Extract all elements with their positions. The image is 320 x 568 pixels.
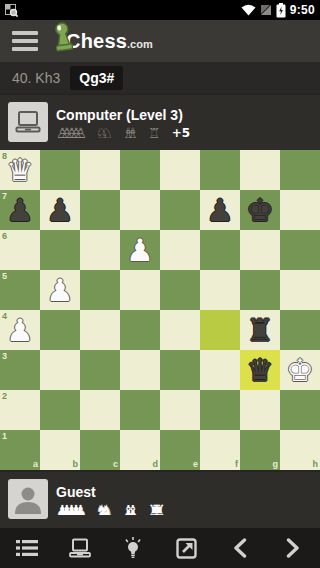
square-h3[interactable]: ♚ xyxy=(280,350,320,390)
square-b6[interactable] xyxy=(40,230,80,270)
square-d6[interactable]: ♟ xyxy=(120,230,160,270)
square-e3[interactable] xyxy=(160,350,200,390)
computer-avatar-icon xyxy=(8,102,48,142)
back-icon[interactable] xyxy=(213,528,266,568)
square-f7[interactable]: ♟ xyxy=(200,190,240,230)
captured-rook: ♜ xyxy=(153,502,166,518)
square-c6[interactable] xyxy=(80,230,120,270)
square-d4[interactable] xyxy=(120,310,160,350)
square-a1[interactable]: 1a xyxy=(0,430,40,470)
square-a3[interactable]: 3 xyxy=(0,350,40,390)
square-c7[interactable] xyxy=(80,190,120,230)
captured-bishop: ♝ xyxy=(127,502,140,518)
square-a8[interactable]: 8♛ xyxy=(0,150,40,190)
player-name-top: Computer (Level 3) xyxy=(56,106,190,124)
square-c8[interactable] xyxy=(80,150,120,190)
rank-label-3: 3 xyxy=(2,352,7,361)
square-e4[interactable] xyxy=(160,310,200,350)
square-g3[interactable]: ♛ xyxy=(240,350,280,390)
computer-icon[interactable] xyxy=(53,528,106,568)
square-b4[interactable] xyxy=(40,310,80,350)
rank-label-6: 6 xyxy=(2,232,7,241)
bottom-toolbar xyxy=(0,528,320,568)
forward-icon[interactable] xyxy=(267,528,320,568)
captured-rook: ♖ xyxy=(148,125,161,141)
square-b2[interactable] xyxy=(40,390,80,430)
square-b8[interactable] xyxy=(40,150,80,190)
square-b5[interactable]: ♟ xyxy=(40,270,80,310)
square-f4[interactable] xyxy=(200,310,240,350)
square-g6[interactable] xyxy=(240,230,280,270)
square-h4[interactable] xyxy=(280,310,320,350)
square-g7[interactable]: ♚ xyxy=(240,190,280,230)
rank-label-2: 2 xyxy=(2,392,7,401)
square-d3[interactable] xyxy=(120,350,160,390)
captured-pieces-top: ♙♙♙♙♙♘♘♗♗♖+5 xyxy=(56,124,190,142)
square-a7[interactable]: 7♟ xyxy=(0,190,40,230)
square-c5[interactable] xyxy=(80,270,120,310)
square-a6[interactable]: 6 xyxy=(0,230,40,270)
square-f6[interactable] xyxy=(200,230,240,270)
captured-knights: ♞♞ xyxy=(96,502,113,518)
white-pawn[interactable]: ♟ xyxy=(40,270,80,310)
file-label-a: a xyxy=(33,460,38,469)
move-white[interactable]: 40. Kh3 xyxy=(12,70,60,86)
status-bar: 9:50 xyxy=(0,0,320,20)
app-header: Chess.com xyxy=(0,20,320,62)
square-c2[interactable] xyxy=(80,390,120,430)
white-pawn[interactable]: ♟ xyxy=(120,230,160,270)
black-pawn[interactable]: ♟ xyxy=(0,190,40,230)
battery-charging-icon xyxy=(276,3,286,18)
square-e8[interactable] xyxy=(160,150,200,190)
player-bar-bottom: Guest ♟♟♟♟♟♞♞♝♝♜♜ xyxy=(0,470,320,528)
chesscom-logo[interactable]: Chess.com xyxy=(66,30,153,53)
square-f8[interactable] xyxy=(200,150,240,190)
black-rook[interactable]: ♜ xyxy=(240,310,280,350)
square-d2[interactable] xyxy=(120,390,160,430)
square-d5[interactable] xyxy=(120,270,160,310)
square-e5[interactable] xyxy=(160,270,200,310)
square-c1[interactable]: c xyxy=(80,430,120,470)
brand-suffix: .com xyxy=(127,38,153,50)
menu-icon[interactable] xyxy=(12,31,38,51)
file-label-b: b xyxy=(73,460,79,469)
white-queen[interactable]: ♛ xyxy=(0,150,40,190)
move-black-current[interactable]: Qg3# xyxy=(70,66,123,90)
square-e1[interactable]: e xyxy=(160,430,200,470)
share-icon[interactable] xyxy=(160,528,213,568)
square-b7[interactable]: ♟ xyxy=(40,190,80,230)
captured-knight: ♘ xyxy=(100,125,113,141)
black-pawn[interactable]: ♟ xyxy=(40,190,80,230)
square-c3[interactable] xyxy=(80,350,120,390)
square-f3[interactable] xyxy=(200,350,240,390)
material-advantage: +5 xyxy=(172,126,190,140)
file-label-c: c xyxy=(113,460,118,469)
move-list-bar: 40. Kh3 Qg3# xyxy=(0,62,320,95)
player-bar-top: Computer (Level 3) ♙♙♙♙♙♘♘♗♗♖+5 xyxy=(0,95,320,150)
square-g8[interactable] xyxy=(240,150,280,190)
square-f5[interactable] xyxy=(200,270,240,310)
pawn-logo-icon xyxy=(50,21,76,53)
rank-label-5: 5 xyxy=(2,272,7,281)
captured-pieces-bottom: ♟♟♟♟♟♞♞♝♝♜♜ xyxy=(56,501,174,519)
square-e7[interactable] xyxy=(160,190,200,230)
captured-knight: ♞ xyxy=(100,502,113,518)
black-queen[interactable]: ♛ xyxy=(240,350,280,390)
captured-rooks: ♜♜ xyxy=(148,502,165,518)
black-pawn[interactable]: ♟ xyxy=(200,190,240,230)
file-label-d: d xyxy=(153,460,159,469)
square-g4[interactable]: ♜ xyxy=(240,310,280,350)
square-f2[interactable] xyxy=(200,390,240,430)
no-signal-icon xyxy=(260,4,272,16)
square-g5[interactable] xyxy=(240,270,280,310)
file-label-e: e xyxy=(193,460,198,469)
captured-pawn: ♙ xyxy=(74,125,87,141)
captured-knights: ♘♘ xyxy=(96,125,113,141)
file-label-f: f xyxy=(235,460,238,469)
white-king[interactable]: ♚ xyxy=(280,350,320,390)
file-label-h: h xyxy=(313,460,319,469)
square-e6[interactable] xyxy=(160,230,200,270)
square-h8[interactable] xyxy=(280,150,320,190)
square-b3[interactable] xyxy=(40,350,80,390)
square-g1[interactable]: g xyxy=(240,430,280,470)
square-b1[interactable]: b xyxy=(40,430,80,470)
captured-pawns: ♟♟♟♟♟ xyxy=(56,502,87,518)
player-name-bottom: Guest xyxy=(56,483,174,501)
clock-time: 9:50 xyxy=(290,3,315,17)
white-pawn[interactable]: ♟ xyxy=(0,310,40,350)
chess-board: 8♛7♟♟♟♚6♟5♟4♟♜3♛♚21abcdefgh xyxy=(0,150,320,470)
square-h1[interactable]: h xyxy=(280,430,320,470)
moves-list-icon[interactable] xyxy=(0,528,53,568)
wifi-icon xyxy=(241,4,256,16)
file-label-g: g xyxy=(273,460,279,469)
black-king[interactable]: ♚ xyxy=(240,190,280,230)
captured-bishop: ♗ xyxy=(127,125,140,141)
chesscom-notification-icon xyxy=(5,4,18,17)
square-h6[interactable] xyxy=(280,230,320,270)
captured-pawns: ♙♙♙♙♙ xyxy=(56,125,87,141)
guest-avatar xyxy=(8,479,48,519)
square-a5[interactable]: 5 xyxy=(0,270,40,310)
hint-icon[interactable] xyxy=(107,528,160,568)
square-h5[interactable] xyxy=(280,270,320,310)
rank-label-1: 1 xyxy=(2,432,7,441)
square-h7[interactable] xyxy=(280,190,320,230)
captured-bishops: ♗♗ xyxy=(122,125,139,141)
square-d1[interactable]: d xyxy=(120,430,160,470)
square-d8[interactable] xyxy=(120,150,160,190)
square-a4[interactable]: 4♟ xyxy=(0,310,40,350)
square-c4[interactable] xyxy=(80,310,120,350)
square-a2[interactable]: 2 xyxy=(0,390,40,430)
square-e2[interactable] xyxy=(160,390,200,430)
square-d7[interactable] xyxy=(120,190,160,230)
captured-bishops: ♝♝ xyxy=(122,502,139,518)
square-g2[interactable] xyxy=(240,390,280,430)
captured-rooks: ♖ xyxy=(148,125,161,141)
square-h2[interactable] xyxy=(280,390,320,430)
square-f1[interactable]: f xyxy=(200,430,240,470)
captured-pawn: ♟ xyxy=(74,502,87,518)
